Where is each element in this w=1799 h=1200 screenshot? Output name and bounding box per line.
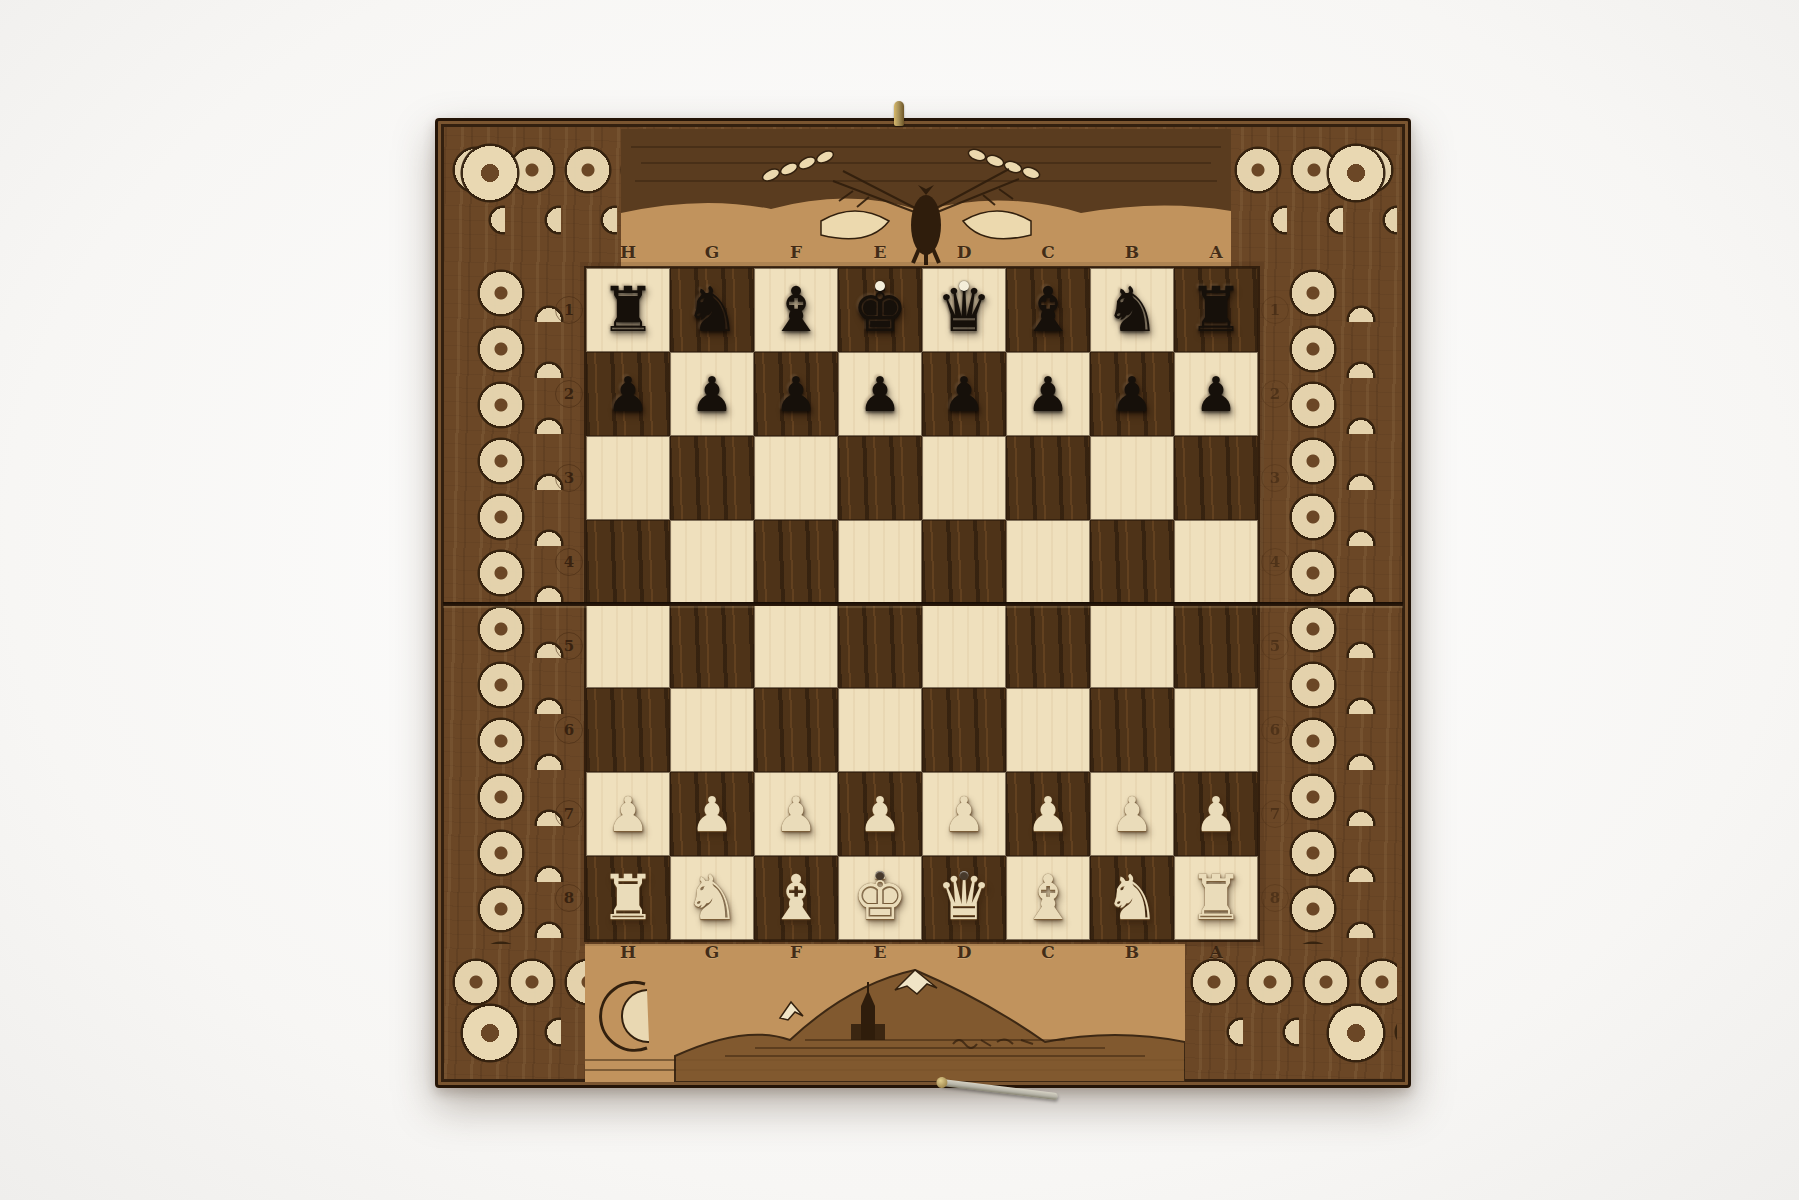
- rank-labels-right: 12345678: [1261, 268, 1289, 940]
- white-rook[interactable]: ♜: [586, 856, 670, 940]
- square-h7[interactable]: ♟: [586, 772, 670, 856]
- square-c8[interactable]: ♝: [1006, 856, 1090, 940]
- file-label-bottom-c: C: [1006, 942, 1090, 966]
- file-label-bottom-e: E: [838, 942, 922, 966]
- square-g5[interactable]: [670, 604, 754, 688]
- white-bishop[interactable]: ♝: [1006, 856, 1090, 940]
- square-g8[interactable]: ♞: [670, 856, 754, 940]
- hinge-pin: [894, 101, 904, 126]
- square-g6[interactable]: [670, 688, 754, 772]
- square-b3[interactable]: [1090, 436, 1174, 520]
- fold-seam: [443, 602, 1403, 606]
- rank-label-left-3: 3: [555, 436, 583, 520]
- rank-label-left-6: 6: [555, 688, 583, 772]
- square-d8[interactable]: ♛: [922, 856, 1006, 940]
- black-pawn[interactable]: ♟: [754, 352, 838, 436]
- square-h2[interactable]: ♟: [586, 352, 670, 436]
- square-d5[interactable]: [922, 604, 1006, 688]
- square-g7[interactable]: ♟: [670, 772, 754, 856]
- square-g4[interactable]: [670, 520, 754, 604]
- white-pawn[interactable]: ♟: [922, 772, 1006, 856]
- square-f8[interactable]: ♝: [754, 856, 838, 940]
- file-labels-top: HGFEDCBA: [586, 242, 1258, 266]
- file-label-top-d: D: [922, 242, 1006, 266]
- square-h4[interactable]: [586, 520, 670, 604]
- black-pawn[interactable]: ♟: [1174, 352, 1258, 436]
- black-knight[interactable]: ♞: [1090, 268, 1174, 352]
- photo-background: ♜♞♝♚♛♝♞♜♟♟♟♟♟♟♟♟♟♟♟♟♟♟♟♟♜♞♝♚♛♝♞♜ HGFEDCB…: [0, 0, 1799, 1200]
- file-label-bottom-d: D: [922, 942, 1006, 966]
- black-pawn[interactable]: ♟: [670, 352, 754, 436]
- square-c5[interactable]: [1006, 604, 1090, 688]
- white-bishop[interactable]: ♝: [754, 856, 838, 940]
- rank-labels-left: 12345678: [555, 268, 583, 940]
- rank-label-right-2: 2: [1261, 352, 1289, 436]
- square-d1[interactable]: ♛: [922, 268, 1006, 352]
- square-f4[interactable]: [754, 520, 838, 604]
- white-pawn[interactable]: ♟: [586, 772, 670, 856]
- black-pawn[interactable]: ♟: [586, 352, 670, 436]
- black-pawn[interactable]: ♟: [838, 352, 922, 436]
- white-pawn[interactable]: ♟: [1006, 772, 1090, 856]
- square-b8[interactable]: ♞: [1090, 856, 1174, 940]
- rank-label-right-5: 5: [1261, 604, 1289, 688]
- square-a1[interactable]: ♜: [1174, 268, 1258, 352]
- corner-volute-bottom-left: [451, 994, 529, 1072]
- rank-label-right-1: 1: [1261, 268, 1289, 352]
- black-knight[interactable]: ♞: [670, 268, 754, 352]
- white-pawn[interactable]: ♟: [1174, 772, 1258, 856]
- square-d2[interactable]: ♟: [922, 352, 1006, 436]
- black-king[interactable]: ♚: [838, 268, 922, 352]
- square-h6[interactable]: [586, 688, 670, 772]
- square-e2[interactable]: ♟: [838, 352, 922, 436]
- square-h1[interactable]: ♜: [586, 268, 670, 352]
- file-label-bottom-g: G: [670, 942, 754, 966]
- white-pawn[interactable]: ♟: [670, 772, 754, 856]
- white-queen[interactable]: ♛: [922, 856, 1006, 940]
- square-c4[interactable]: [1006, 520, 1090, 604]
- corner-volute-top-left: [451, 134, 529, 212]
- square-e4[interactable]: [838, 520, 922, 604]
- black-queen[interactable]: ♛: [922, 268, 1006, 352]
- black-pawn[interactable]: ♟: [922, 352, 1006, 436]
- square-a4[interactable]: [1174, 520, 1258, 604]
- square-a2[interactable]: ♟: [1174, 352, 1258, 436]
- white-pawn[interactable]: ♟: [1090, 772, 1174, 856]
- square-c3[interactable]: [1006, 436, 1090, 520]
- white-rook[interactable]: ♜: [1174, 856, 1258, 940]
- rank-label-right-6: 6: [1261, 688, 1289, 772]
- square-b7[interactable]: ♟: [1090, 772, 1174, 856]
- square-d6[interactable]: [922, 688, 1006, 772]
- square-h5[interactable]: [586, 604, 670, 688]
- black-rook[interactable]: ♜: [1174, 268, 1258, 352]
- square-e5[interactable]: [838, 604, 922, 688]
- rank-label-right-7: 7: [1261, 772, 1289, 856]
- square-a6[interactable]: [1174, 688, 1258, 772]
- white-pawn[interactable]: ♟: [838, 772, 922, 856]
- white-knight[interactable]: ♞: [1090, 856, 1174, 940]
- black-bishop[interactable]: ♝: [1006, 268, 1090, 352]
- square-b6[interactable]: [1090, 688, 1174, 772]
- square-f5[interactable]: [754, 604, 838, 688]
- square-d3[interactable]: [922, 436, 1006, 520]
- square-e3[interactable]: [838, 436, 922, 520]
- file-labels-bottom: HGFEDCBA: [586, 942, 1258, 966]
- corner-volute-top-right: [1317, 134, 1395, 212]
- file-label-bottom-f: F: [754, 942, 838, 966]
- square-h3[interactable]: [586, 436, 670, 520]
- white-knight[interactable]: ♞: [670, 856, 754, 940]
- rank-label-right-3: 3: [1261, 436, 1289, 520]
- white-king-finial: [876, 871, 885, 880]
- white-pawn[interactable]: ♟: [754, 772, 838, 856]
- square-c2[interactable]: ♟: [1006, 352, 1090, 436]
- file-label-top-b: B: [1090, 242, 1174, 266]
- square-a7[interactable]: ♟: [1174, 772, 1258, 856]
- black-rook[interactable]: ♜: [586, 268, 670, 352]
- square-b5[interactable]: [1090, 604, 1174, 688]
- file-label-top-e: E: [838, 242, 922, 266]
- square-e8[interactable]: ♚: [838, 856, 922, 940]
- square-f7[interactable]: ♟: [754, 772, 838, 856]
- rank-label-right-8: 8: [1261, 856, 1289, 940]
- black-bishop[interactable]: ♝: [754, 268, 838, 352]
- latch-clasp: [940, 1079, 1058, 1100]
- square-c7[interactable]: ♟: [1006, 772, 1090, 856]
- black-king-finial: [875, 281, 885, 291]
- square-a8[interactable]: ♜: [1174, 856, 1258, 940]
- file-label-bottom-b: B: [1090, 942, 1174, 966]
- rank-label-left-7: 7: [555, 772, 583, 856]
- square-e7[interactable]: ♟: [838, 772, 922, 856]
- square-f6[interactable]: [754, 688, 838, 772]
- square-d4[interactable]: [922, 520, 1006, 604]
- file-label-top-g: G: [670, 242, 754, 266]
- square-f1[interactable]: ♝: [754, 268, 838, 352]
- black-queen-finial: [959, 281, 969, 291]
- square-a3[interactable]: [1174, 436, 1258, 520]
- file-label-top-c: C: [1006, 242, 1090, 266]
- rank-label-left-2: 2: [555, 352, 583, 436]
- square-c6[interactable]: [1006, 688, 1090, 772]
- square-c1[interactable]: ♝: [1006, 268, 1090, 352]
- rank-label-left-4: 4: [555, 520, 583, 604]
- file-label-bottom-a: A: [1174, 942, 1258, 966]
- black-pawn[interactable]: ♟: [1006, 352, 1090, 436]
- square-g2[interactable]: ♟: [670, 352, 754, 436]
- square-d7[interactable]: ♟: [922, 772, 1006, 856]
- square-f3[interactable]: [754, 436, 838, 520]
- file-label-top-f: F: [754, 242, 838, 266]
- rank-label-left-8: 8: [555, 856, 583, 940]
- file-label-bottom-h: H: [586, 942, 670, 966]
- square-g3[interactable]: [670, 436, 754, 520]
- black-pawn[interactable]: ♟: [1090, 352, 1174, 436]
- file-label-top-h: H: [586, 242, 670, 266]
- square-b4[interactable]: [1090, 520, 1174, 604]
- square-e1[interactable]: ♚: [838, 268, 922, 352]
- file-label-top-a: A: [1174, 242, 1258, 266]
- corner-volute-bottom-right: [1317, 994, 1395, 1072]
- white-king[interactable]: ♚: [838, 856, 922, 940]
- rank-label-left-5: 5: [555, 604, 583, 688]
- square-a5[interactable]: [1174, 604, 1258, 688]
- square-h8[interactable]: ♜: [586, 856, 670, 940]
- square-g1[interactable]: ♞: [670, 268, 754, 352]
- square-e6[interactable]: [838, 688, 922, 772]
- rank-label-right-4: 4: [1261, 520, 1289, 604]
- square-b1[interactable]: ♞: [1090, 268, 1174, 352]
- rank-label-left-1: 1: [555, 268, 583, 352]
- white-queen-finial: [960, 871, 969, 880]
- square-b2[interactable]: ♟: [1090, 352, 1174, 436]
- chess-board: ♜♞♝♚♛♝♞♜♟♟♟♟♟♟♟♟♟♟♟♟♟♟♟♟♜♞♝♚♛♝♞♜ HGFEDCB…: [435, 118, 1411, 1088]
- square-f2[interactable]: ♟: [754, 352, 838, 436]
